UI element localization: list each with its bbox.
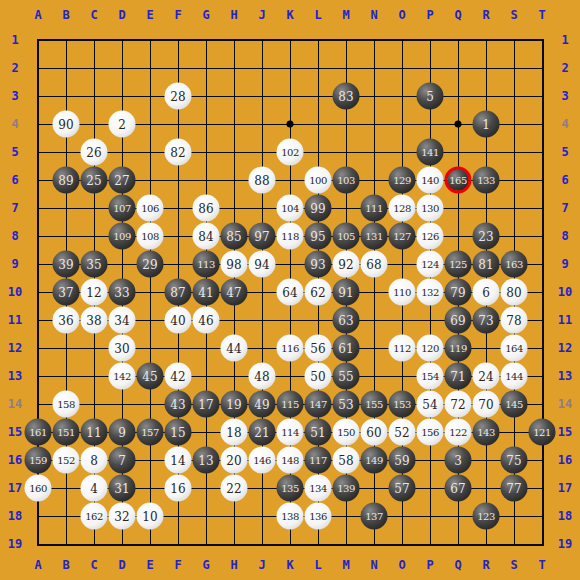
stone[interactable]: 119	[445, 335, 472, 362]
stone[interactable]: 99	[305, 195, 332, 222]
row-label-left: 7	[11, 201, 18, 215]
column-label-top: B	[62, 8, 69, 22]
column-label-bottom: S	[510, 558, 517, 572]
stone[interactable]: 160	[25, 475, 52, 502]
stone[interactable]: 158	[53, 391, 80, 418]
row-label-left: 13	[8, 369, 22, 383]
stone[interactable]: 93	[305, 251, 332, 278]
stone[interactable]: 45	[137, 363, 164, 390]
column-label-top: F	[174, 8, 181, 22]
stone[interactable]: 124	[417, 251, 444, 278]
stone[interactable]: 142	[109, 363, 136, 390]
column-label-top: N	[370, 8, 377, 22]
stone[interactable]: 8	[81, 447, 108, 474]
stone[interactable]: 70	[473, 391, 500, 418]
stone[interactable]: 133	[473, 167, 500, 194]
column-label-top: R	[482, 8, 489, 22]
stone[interactable]: 100	[305, 167, 332, 194]
stone[interactable]: 15	[165, 419, 192, 446]
column-label-bottom: B	[62, 558, 69, 572]
stone[interactable]: 149	[361, 447, 388, 474]
row-label-right: 17	[558, 481, 572, 495]
stone[interactable]: 90	[53, 111, 80, 138]
stone[interactable]: 159	[25, 447, 52, 474]
stone[interactable]: 40	[165, 307, 192, 334]
stone[interactable]: 68	[361, 251, 388, 278]
column-label-bottom: H	[230, 558, 237, 572]
stone[interactable]: 3	[445, 447, 472, 474]
row-label-left: 16	[8, 453, 22, 467]
stone[interactable]: 71	[445, 363, 472, 390]
stone[interactable]: 94	[249, 251, 276, 278]
row-label-left: 12	[8, 341, 22, 355]
row-label-left: 2	[11, 61, 18, 75]
stone[interactable]: 112	[389, 335, 416, 362]
stone[interactable]: 32	[109, 503, 136, 530]
row-label-left: 5	[11, 145, 18, 159]
stone[interactable]: 37	[53, 279, 80, 306]
stone[interactable]: 153	[389, 391, 416, 418]
stone[interactable]: 27	[109, 167, 136, 194]
column-label-bottom: J	[258, 558, 265, 572]
stone[interactable]: 132	[417, 279, 444, 306]
column-label-bottom: O	[398, 558, 405, 572]
row-label-left: 14	[8, 397, 22, 411]
stone[interactable]: 25	[81, 167, 108, 194]
stone[interactable]: 122	[445, 419, 472, 446]
stone[interactable]: 129	[389, 167, 416, 194]
stone[interactable]: 141	[417, 139, 444, 166]
hoshi-dot	[287, 121, 294, 128]
column-label-top: O	[398, 8, 405, 22]
stone[interactable]: 80	[501, 279, 528, 306]
stone[interactable]: 102	[277, 139, 304, 166]
stone[interactable]: 43	[165, 391, 192, 418]
stone[interactable]: 9	[109, 419, 136, 446]
stone[interactable]: 120	[417, 335, 444, 362]
stone[interactable]: 28	[165, 83, 192, 110]
stone[interactable]: 26	[81, 139, 108, 166]
stone[interactable]: 87	[165, 279, 192, 306]
column-label-bottom: C	[90, 558, 97, 572]
stone[interactable]: 155	[361, 391, 388, 418]
stone[interactable]: 111	[361, 195, 388, 222]
stone[interactable]: 125	[445, 251, 472, 278]
row-label-right: 19	[558, 537, 572, 551]
stone[interactable]: 144	[501, 363, 528, 390]
stone[interactable]: 50	[305, 363, 332, 390]
stone[interactable]: 157	[137, 419, 164, 446]
stone[interactable]: 98	[221, 251, 248, 278]
column-label-bottom: E	[146, 558, 153, 572]
stone[interactable]: 44	[221, 335, 248, 362]
row-label-right: 1	[561, 33, 568, 47]
stone[interactable]: 163	[501, 251, 528, 278]
row-label-left: 1	[11, 33, 18, 47]
column-label-bottom: L	[314, 558, 321, 572]
stone[interactable]: 29	[137, 251, 164, 278]
stone[interactable]: 84	[193, 223, 220, 250]
stone[interactable]: 16	[165, 475, 192, 502]
stone[interactable]: 58	[333, 447, 360, 474]
row-label-right: 2	[561, 61, 568, 75]
stone[interactable]: 126	[417, 223, 444, 250]
stone[interactable]: 30	[109, 335, 136, 362]
stone[interactable]: 143	[473, 419, 500, 446]
stone[interactable]: 146	[249, 447, 276, 474]
column-label-bottom: D	[118, 558, 125, 572]
stone[interactable]: 113	[193, 251, 220, 278]
row-label-right: 6	[561, 173, 568, 187]
stone[interactable]: 72	[445, 391, 472, 418]
stone[interactable]: 164	[501, 335, 528, 362]
stone[interactable]: 138	[277, 503, 304, 530]
stone[interactable]: 39	[53, 251, 80, 278]
stone[interactable]: 18	[221, 419, 248, 446]
stone[interactable]: 55	[333, 363, 360, 390]
stone[interactable]: 11	[81, 419, 108, 446]
hoshi-dot	[455, 121, 462, 128]
stone[interactable]: 109	[109, 223, 136, 250]
column-label-bottom: F	[174, 558, 181, 572]
stone[interactable]: 88	[249, 167, 276, 194]
stone[interactable]: 105	[333, 223, 360, 250]
stone[interactable]: 161	[25, 419, 52, 446]
stone[interactable]: 60	[361, 419, 388, 446]
column-label-bottom: K	[286, 558, 293, 572]
stone[interactable]: 116	[277, 335, 304, 362]
stone[interactable]: 89	[53, 167, 80, 194]
stone[interactable]: 19	[221, 391, 248, 418]
stone[interactable]: 145	[501, 391, 528, 418]
stone[interactable]: 47	[221, 279, 248, 306]
stone[interactable]: 41	[193, 279, 220, 306]
stone[interactable]: 130	[417, 195, 444, 222]
stone[interactable]: 61	[333, 335, 360, 362]
stone[interactable]: 123	[473, 503, 500, 530]
stone[interactable]: 83	[333, 83, 360, 110]
row-label-right: 11	[558, 313, 572, 327]
stone[interactable]: 38	[81, 307, 108, 334]
row-label-left: 17	[8, 481, 22, 495]
stone[interactable]: 62	[305, 279, 332, 306]
row-label-right: 7	[561, 201, 568, 215]
row-label-left: 6	[11, 173, 18, 187]
last-move-stone[interactable]: 165	[445, 167, 472, 194]
stone[interactable]: 118	[277, 223, 304, 250]
stone[interactable]: 151	[53, 419, 80, 446]
column-label-top: S	[510, 8, 517, 22]
stone[interactable]: 17	[193, 391, 220, 418]
column-label-top: E	[146, 8, 153, 22]
stone[interactable]: 12	[81, 279, 108, 306]
stone[interactable]: 22	[221, 475, 248, 502]
stone[interactable]: 139	[333, 475, 360, 502]
stone[interactable]: 135	[277, 475, 304, 502]
stone[interactable]: 13	[193, 447, 220, 474]
stone[interactable]: 48	[249, 363, 276, 390]
stone[interactable]: 73	[473, 307, 500, 334]
stone[interactable]: 1	[473, 111, 500, 138]
stone[interactable]: 150	[333, 419, 360, 446]
stone[interactable]: 134	[305, 475, 332, 502]
column-label-bottom: Q	[454, 558, 461, 572]
row-label-left: 11	[8, 313, 22, 327]
stone[interactable]: 106	[137, 195, 164, 222]
row-label-right: 4	[561, 117, 568, 131]
row-label-left: 15	[8, 425, 22, 439]
stone[interactable]: 104	[277, 195, 304, 222]
stone[interactable]: 97	[249, 223, 276, 250]
row-label-left: 19	[8, 537, 22, 551]
row-label-left: 4	[11, 117, 18, 131]
stone[interactable]: 117	[305, 447, 332, 474]
row-label-left: 18	[8, 509, 22, 523]
stone[interactable]: 63	[333, 307, 360, 334]
row-label-right: 16	[558, 453, 572, 467]
stone[interactable]: 4	[81, 475, 108, 502]
row-label-right: 8	[561, 229, 568, 243]
column-label-bottom: G	[202, 558, 209, 572]
row-label-right: 15	[558, 425, 572, 439]
stone[interactable]: 51	[305, 419, 332, 446]
stone[interactable]: 69	[445, 307, 472, 334]
stone[interactable]: 154	[417, 363, 444, 390]
stone[interactable]: 140	[417, 167, 444, 194]
column-label-top: H	[230, 8, 237, 22]
column-label-bottom: T	[538, 558, 545, 572]
stone[interactable]: 31	[109, 475, 136, 502]
row-label-left: 9	[11, 257, 18, 271]
stone[interactable]: 78	[501, 307, 528, 334]
stone[interactable]: 115	[277, 391, 304, 418]
stone[interactable]: 57	[389, 475, 416, 502]
stone[interactable]: 52	[389, 419, 416, 446]
stone[interactable]: 103	[333, 167, 360, 194]
row-label-left: 3	[11, 89, 18, 103]
column-label-bottom: A	[34, 558, 41, 572]
stone[interactable]: 10	[137, 503, 164, 530]
stone[interactable]: 162	[81, 503, 108, 530]
column-label-top: A	[34, 8, 41, 22]
stone[interactable]: 46	[193, 307, 220, 334]
stone[interactable]: 56	[305, 335, 332, 362]
row-label-right: 14	[558, 397, 572, 411]
row-label-right: 12	[558, 341, 572, 355]
stone[interactable]: 82	[165, 139, 192, 166]
column-label-bottom: P	[426, 558, 433, 572]
stone[interactable]: 91	[333, 279, 360, 306]
stone[interactable]: 24	[473, 363, 500, 390]
stone[interactable]: 49	[249, 391, 276, 418]
column-label-top: M	[342, 8, 349, 22]
stone[interactable]: 6	[473, 279, 500, 306]
stone[interactable]: 36	[53, 307, 80, 334]
stone[interactable]: 2	[109, 111, 136, 138]
column-label-top: L	[314, 8, 321, 22]
column-label-bottom: N	[370, 558, 377, 572]
stone[interactable]: 64	[277, 279, 304, 306]
stone[interactable]: 67	[445, 475, 472, 502]
stone[interactable]: 148	[277, 447, 304, 474]
stone[interactable]: 121	[529, 419, 556, 446]
stone[interactable]: 23	[473, 223, 500, 250]
stone[interactable]: 147	[305, 391, 332, 418]
row-label-right: 13	[558, 369, 572, 383]
stone[interactable]: 53	[333, 391, 360, 418]
stone[interactable]: 92	[333, 251, 360, 278]
row-label-right: 9	[561, 257, 568, 271]
go-board-diagram: AABBCCDDEEFFGGHHJJKKLLMMNNOOPPQQRRSSTT11…	[0, 0, 580, 580]
stone[interactable]: 14	[165, 447, 192, 474]
stone[interactable]: 127	[389, 223, 416, 250]
stone[interactable]: 33	[109, 279, 136, 306]
column-label-top: Q	[454, 8, 461, 22]
row-label-right: 3	[561, 89, 568, 103]
stone[interactable]: 54	[417, 391, 444, 418]
column-label-top: J	[258, 8, 265, 22]
row-label-right: 10	[558, 285, 572, 299]
stone[interactable]: 7	[109, 447, 136, 474]
column-label-bottom: R	[482, 558, 489, 572]
stone[interactable]: 86	[193, 195, 220, 222]
row-label-right: 18	[558, 509, 572, 523]
stone[interactable]: 108	[137, 223, 164, 250]
stone[interactable]: 34	[109, 307, 136, 334]
stone[interactable]: 75	[501, 447, 528, 474]
stone[interactable]: 128	[389, 195, 416, 222]
row-label-left: 10	[8, 285, 22, 299]
stone[interactable]: 156	[417, 419, 444, 446]
stone[interactable]: 81	[473, 251, 500, 278]
column-label-top: P	[426, 8, 433, 22]
stone[interactable]: 79	[445, 279, 472, 306]
stone[interactable]: 107	[109, 195, 136, 222]
stone[interactable]: 21	[249, 419, 276, 446]
stone[interactable]: 35	[81, 251, 108, 278]
column-label-top: K	[286, 8, 293, 22]
column-label-top: G	[202, 8, 209, 22]
stone[interactable]: 152	[53, 447, 80, 474]
stone[interactable]: 42	[165, 363, 192, 390]
stone[interactable]: 77	[501, 475, 528, 502]
stone[interactable]: 59	[389, 447, 416, 474]
column-label-top: C	[90, 8, 97, 22]
column-label-top: T	[538, 8, 545, 22]
stone[interactable]: 137	[361, 503, 388, 530]
stone[interactable]: 20	[221, 447, 248, 474]
stone[interactable]: 110	[389, 279, 416, 306]
stone[interactable]: 85	[221, 223, 248, 250]
column-label-top: D	[118, 8, 125, 22]
stone[interactable]: 131	[361, 223, 388, 250]
row-label-right: 5	[561, 145, 568, 159]
stone[interactable]: 136	[305, 503, 332, 530]
column-label-bottom: M	[342, 558, 349, 572]
stone[interactable]: 5	[417, 83, 444, 110]
row-label-left: 8	[11, 229, 18, 243]
stone[interactable]: 95	[305, 223, 332, 250]
stone[interactable]: 114	[277, 419, 304, 446]
